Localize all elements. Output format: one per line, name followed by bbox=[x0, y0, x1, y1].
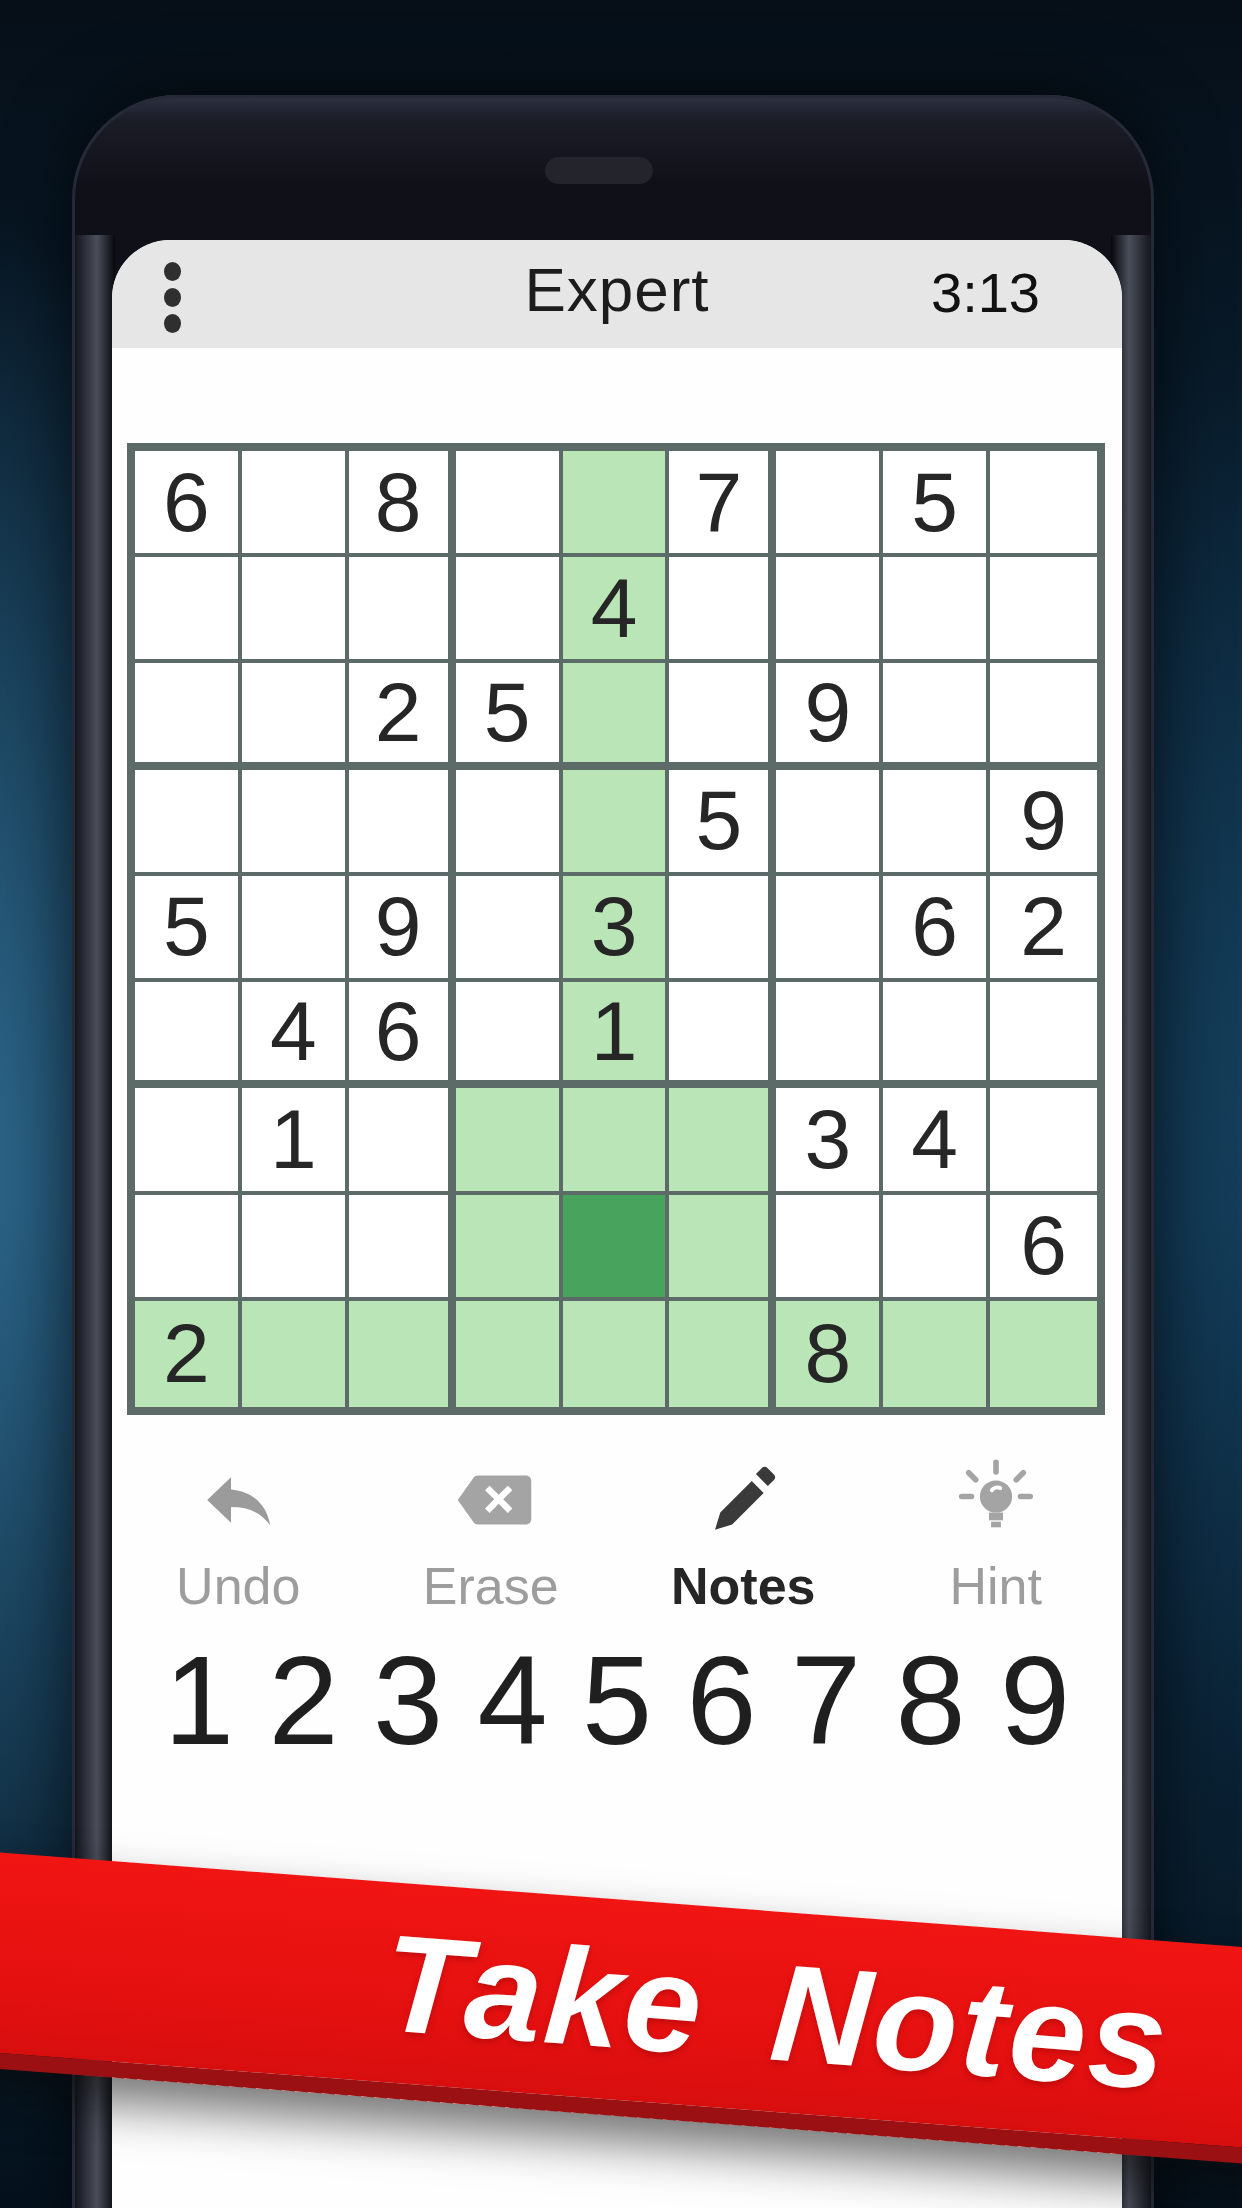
numpad-4[interactable]: 4 bbox=[477, 1638, 547, 1764]
cell-r4c9[interactable]: 9 bbox=[990, 770, 1097, 876]
sudoku-grid: 687542595959362461134628 bbox=[135, 451, 1097, 1407]
cell-r1c8[interactable]: 5 bbox=[883, 451, 990, 557]
cell-r7c8[interactable]: 4 bbox=[883, 1088, 990, 1194]
cell-r2c8[interactable] bbox=[883, 557, 990, 663]
cell-r8c2[interactable] bbox=[242, 1195, 349, 1301]
cell-r1c2[interactable] bbox=[242, 451, 349, 557]
cell-r5c9[interactable]: 2 bbox=[990, 876, 1097, 982]
toolbar: Undo Erase Notes bbox=[112, 1458, 1122, 1616]
cell-r7c2[interactable]: 1 bbox=[242, 1088, 349, 1194]
cell-r3c1[interactable] bbox=[135, 663, 242, 769]
cell-r8c9[interactable]: 6 bbox=[990, 1195, 1097, 1301]
cell-r6c4[interactable] bbox=[456, 982, 563, 1088]
cell-r1c1[interactable]: 6 bbox=[135, 451, 242, 557]
numpad-1[interactable]: 1 bbox=[164, 1638, 234, 1764]
cell-r2c9[interactable] bbox=[990, 557, 1097, 663]
cell-r7c5[interactable] bbox=[563, 1088, 670, 1194]
cell-r4c1[interactable] bbox=[135, 770, 242, 876]
game-timer: 3:13 bbox=[931, 260, 1040, 325]
cell-r4c8[interactable] bbox=[883, 770, 990, 876]
cell-r9c4[interactable] bbox=[456, 1301, 563, 1407]
cell-r5c7[interactable] bbox=[776, 876, 883, 982]
cell-r6c9[interactable] bbox=[990, 982, 1097, 1088]
cell-r9c5[interactable] bbox=[563, 1301, 670, 1407]
cell-r4c2[interactable] bbox=[242, 770, 349, 876]
sudoku-board: 687542595959362461134628 bbox=[127, 443, 1105, 1415]
cell-r9c9[interactable] bbox=[990, 1301, 1097, 1407]
erase-label: Erase bbox=[423, 1556, 559, 1616]
app-bar: Expert 3:13 bbox=[112, 240, 1122, 348]
cell-r7c9[interactable] bbox=[990, 1088, 1097, 1194]
cell-r9c1[interactable]: 2 bbox=[135, 1301, 242, 1407]
cell-r1c6[interactable]: 7 bbox=[669, 451, 776, 557]
cell-r4c3[interactable] bbox=[349, 770, 456, 876]
cell-r6c7[interactable] bbox=[776, 982, 883, 1088]
cell-r1c4[interactable] bbox=[456, 451, 563, 557]
phone-speaker bbox=[545, 157, 653, 184]
cell-r8c5[interactable] bbox=[563, 1195, 670, 1301]
numpad-3[interactable]: 3 bbox=[373, 1638, 443, 1764]
cell-r1c3[interactable]: 8 bbox=[349, 451, 456, 557]
numpad-5[interactable]: 5 bbox=[582, 1638, 652, 1764]
numpad-6[interactable]: 6 bbox=[686, 1638, 756, 1764]
cell-r8c1[interactable] bbox=[135, 1195, 242, 1301]
cell-r2c3[interactable] bbox=[349, 557, 456, 663]
undo-button[interactable]: Undo bbox=[128, 1458, 348, 1616]
cell-r9c3[interactable] bbox=[349, 1301, 456, 1407]
cell-r5c3[interactable]: 9 bbox=[349, 876, 456, 982]
number-pad: 1 2 3 4 5 6 7 8 9 bbox=[164, 1638, 1070, 1764]
cell-r6c8[interactable] bbox=[883, 982, 990, 1088]
cell-r2c2[interactable] bbox=[242, 557, 349, 663]
cell-r2c6[interactable] bbox=[669, 557, 776, 663]
cell-r4c6[interactable]: 5 bbox=[669, 770, 776, 876]
undo-arrow-icon bbox=[196, 1458, 280, 1542]
cell-r3c4[interactable]: 5 bbox=[456, 663, 563, 769]
hint-label: Hint bbox=[950, 1556, 1042, 1616]
cell-r8c3[interactable] bbox=[349, 1195, 456, 1301]
cell-r2c5[interactable]: 4 bbox=[563, 557, 670, 663]
cell-r5c6[interactable] bbox=[669, 876, 776, 982]
cell-r5c8[interactable]: 6 bbox=[883, 876, 990, 982]
undo-label: Undo bbox=[176, 1556, 300, 1616]
cell-r1c5[interactable] bbox=[563, 451, 670, 557]
numpad-2[interactable]: 2 bbox=[268, 1638, 338, 1764]
cell-r5c4[interactable] bbox=[456, 876, 563, 982]
cell-r6c3[interactable]: 6 bbox=[349, 982, 456, 1088]
cell-r1c9[interactable] bbox=[990, 451, 1097, 557]
cell-r3c7[interactable]: 9 bbox=[776, 663, 883, 769]
cell-r2c1[interactable] bbox=[135, 557, 242, 663]
cell-r6c2[interactable]: 4 bbox=[242, 982, 349, 1088]
pencil-icon bbox=[701, 1458, 785, 1542]
cell-r9c8[interactable] bbox=[883, 1301, 990, 1407]
cell-r3c5[interactable] bbox=[563, 663, 670, 769]
cell-r1c7[interactable] bbox=[776, 451, 883, 557]
cell-r7c4[interactable] bbox=[456, 1088, 563, 1194]
cell-r8c7[interactable] bbox=[776, 1195, 883, 1301]
cell-r8c4[interactable] bbox=[456, 1195, 563, 1301]
numpad-7[interactable]: 7 bbox=[791, 1638, 861, 1764]
cell-r9c7[interactable]: 8 bbox=[776, 1301, 883, 1407]
erase-button[interactable]: Erase bbox=[381, 1458, 601, 1616]
cell-r2c4[interactable] bbox=[456, 557, 563, 663]
numpad-8[interactable]: 8 bbox=[895, 1638, 965, 1764]
cell-r3c2[interactable] bbox=[242, 663, 349, 769]
cell-r9c6[interactable] bbox=[669, 1301, 776, 1407]
promo-ribbon-text: Take Notes bbox=[378, 1903, 1175, 2121]
cell-r3c8[interactable] bbox=[883, 663, 990, 769]
cell-r7c7[interactable]: 3 bbox=[776, 1088, 883, 1194]
cell-r4c7[interactable] bbox=[776, 770, 883, 876]
cell-r8c6[interactable] bbox=[669, 1195, 776, 1301]
cell-r3c6[interactable] bbox=[669, 663, 776, 769]
cell-r8c8[interactable] bbox=[883, 1195, 990, 1301]
cell-r3c3[interactable]: 2 bbox=[349, 663, 456, 769]
cell-r9c2[interactable] bbox=[242, 1301, 349, 1407]
hint-button[interactable]: Hint bbox=[886, 1458, 1106, 1616]
cell-r7c1[interactable] bbox=[135, 1088, 242, 1194]
cell-r6c5[interactable]: 1 bbox=[563, 982, 670, 1088]
cell-r7c6[interactable] bbox=[669, 1088, 776, 1194]
cell-r5c1[interactable]: 5 bbox=[135, 876, 242, 982]
backspace-icon bbox=[449, 1458, 533, 1542]
numpad-9[interactable]: 9 bbox=[1000, 1638, 1070, 1764]
cell-r5c2[interactable] bbox=[242, 876, 349, 982]
cell-r6c1[interactable] bbox=[135, 982, 242, 1088]
cell-r4c5[interactable] bbox=[563, 770, 670, 876]
lightbulb-icon bbox=[954, 1458, 1038, 1542]
notes-button[interactable]: Notes bbox=[633, 1458, 853, 1616]
cell-r7c3[interactable] bbox=[349, 1088, 456, 1194]
cell-r4c4[interactable] bbox=[456, 770, 563, 876]
notes-label: Notes bbox=[671, 1556, 815, 1616]
cell-r3c9[interactable] bbox=[990, 663, 1097, 769]
cell-r6c6[interactable] bbox=[669, 982, 776, 1088]
cell-r2c7[interactable] bbox=[776, 557, 883, 663]
cell-r5c5[interactable]: 3 bbox=[563, 876, 670, 982]
